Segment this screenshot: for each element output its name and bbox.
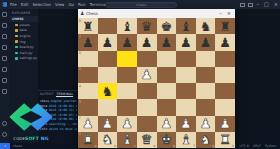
square-c5[interactable] xyxy=(117,67,137,83)
black-rook: ♜ xyxy=(219,19,231,32)
square-h6[interactable] xyxy=(215,51,235,67)
file-label: h xyxy=(232,144,234,148)
black-knight: ♞ xyxy=(200,19,212,32)
panel-tabs: OUTPUT TERMINAL xyxy=(38,91,78,98)
bottom-panel: OUTPUT TERMINAL chess engine started (de… xyxy=(38,90,78,143)
square-d2[interactable] xyxy=(137,116,157,132)
app-titlebar: FileEditSelectionViewGoRunTerminalHelp c… xyxy=(0,0,280,9)
docker-icon[interactable] xyxy=(2,89,7,94)
square-d6[interactable] xyxy=(137,51,157,67)
square-c4[interactable] xyxy=(117,83,137,99)
file-icon xyxy=(15,52,18,55)
status-item[interactable]: Python xyxy=(265,143,276,149)
folder-icon xyxy=(15,35,18,38)
layout-panel-icon[interactable] xyxy=(240,3,245,7)
square-f1[interactable]: f♝ xyxy=(176,132,196,148)
tree-item-label: assets xyxy=(20,23,30,27)
white-rook: ♜ xyxy=(82,133,94,146)
menu-view[interactable]: View xyxy=(55,0,65,9)
black-queen: ♛ xyxy=(141,19,153,32)
black-pawn: ♟ xyxy=(160,35,172,48)
square-g2[interactable]: ♟ xyxy=(196,116,216,132)
square-d8[interactable]: ♛ xyxy=(137,18,157,34)
black-pawn: ♟ xyxy=(180,35,192,48)
explorer-sidebar: EXPLORER CHESS assetsdataengineimgboard.… xyxy=(9,9,38,143)
black-pawn: ♟ xyxy=(102,35,114,48)
square-e7[interactable]: ♟ xyxy=(157,34,177,50)
file-label: d xyxy=(153,144,155,148)
status-left-text[interactable]: chess xyxy=(13,144,22,148)
white-pawn: ♟ xyxy=(121,117,133,130)
square-g8[interactable]: ♞ xyxy=(196,18,216,34)
black-pawn: ♟ xyxy=(200,35,212,48)
explorer-header: EXPLORER xyxy=(9,9,38,16)
remote-icon[interactable] xyxy=(2,78,7,83)
black-pawn: ♟ xyxy=(219,35,231,48)
square-f4[interactable] xyxy=(176,83,196,99)
square-f3[interactable] xyxy=(176,99,196,115)
white-pawn: ♟ xyxy=(141,68,153,81)
square-d4[interactable] xyxy=(137,83,157,99)
menu-edit[interactable]: Edit xyxy=(21,0,29,9)
terminal-line: info white to move (move 3) xyxy=(40,127,77,132)
menu-selection[interactable]: Selection xyxy=(32,0,50,9)
file-tree: assetsdataengineimgboard.pymain.pysettin… xyxy=(9,22,38,61)
square-b5[interactable] xyxy=(98,67,118,83)
account-icon[interactable] xyxy=(2,121,7,126)
folder-icon xyxy=(15,24,18,27)
file-icon xyxy=(15,46,18,49)
square-h3[interactable] xyxy=(215,99,235,115)
square-b4[interactable]: ♞ xyxy=(98,83,118,99)
chess-close-button[interactable]: × xyxy=(227,9,231,18)
square-e3[interactable] xyxy=(157,99,177,115)
black-knight: ♞ xyxy=(102,84,114,97)
white-pawn: ♟ xyxy=(160,117,172,130)
square-h4[interactable] xyxy=(215,83,235,99)
square-c2[interactable]: ♟ xyxy=(117,116,137,132)
status-item[interactable]: CRLF xyxy=(253,143,261,149)
rank-label: 7 xyxy=(79,35,81,39)
square-a3[interactable]: 3 xyxy=(78,99,98,115)
source-control-icon[interactable] xyxy=(2,34,7,39)
file-label: f xyxy=(194,144,195,148)
white-pawn: ♟ xyxy=(200,117,212,130)
titlebar-right: – □ × xyxy=(240,0,279,9)
file-label: a xyxy=(94,144,96,148)
square-f6[interactable] xyxy=(176,51,196,67)
activity-bar xyxy=(0,9,9,143)
extensions-icon[interactable] xyxy=(2,56,7,61)
square-d5[interactable]: ♟ xyxy=(137,67,157,83)
white-pawn: ♟ xyxy=(180,117,192,130)
menu-terminal[interactable]: Terminal xyxy=(90,0,107,9)
file-icon xyxy=(15,57,18,60)
square-e8[interactable]: ♚ xyxy=(157,18,177,34)
square-b6[interactable] xyxy=(98,51,118,67)
square-g4[interactable] xyxy=(196,83,216,99)
square-h7[interactable]: ♟ xyxy=(215,34,235,50)
menu-file[interactable]: File xyxy=(10,0,17,9)
square-b1[interactable]: b♞ xyxy=(98,132,118,148)
white-knight: ♞ xyxy=(102,133,114,146)
black-king: ♚ xyxy=(160,19,172,32)
square-a6[interactable]: 6 xyxy=(78,51,98,67)
chess-minimize-button[interactable]: – xyxy=(219,9,222,18)
chess-window-titlebar[interactable]: ♟ Chess – × xyxy=(78,9,235,18)
chess-board: 8♜♝♛♚♝♞♜7♟♟♟♟♟♟♟♟65♟4♞32♟♟♟♟♟♟♟1a♜b♞c♝d♛… xyxy=(78,18,235,148)
square-e4[interactable] xyxy=(157,83,177,99)
menu-run[interactable]: Run xyxy=(78,0,86,9)
square-d1[interactable]: d♛ xyxy=(137,132,157,148)
tab-output[interactable]: OUTPUT xyxy=(40,92,53,97)
square-e2[interactable]: ♟ xyxy=(157,116,177,132)
square-e1[interactable]: e♚ xyxy=(157,132,177,148)
black-bishop: ♝ xyxy=(121,19,133,32)
black-bishop: ♝ xyxy=(180,19,192,32)
layout-sidebar-icon[interactable] xyxy=(248,3,253,7)
square-c7[interactable]: ♟ xyxy=(117,34,137,50)
tab-terminal[interactable]: TERMINAL xyxy=(56,92,73,97)
black-pawn: ♟ xyxy=(82,35,94,48)
menu-go[interactable]: Go xyxy=(68,0,74,9)
folder-icon xyxy=(15,40,18,43)
rank-label: 3 xyxy=(79,100,81,104)
square-a1[interactable]: 1a♜ xyxy=(78,132,98,148)
square-h2[interactable]: ♟ xyxy=(215,116,235,132)
file-label: g xyxy=(212,144,214,148)
square-c6[interactable] xyxy=(117,51,137,67)
chess-window: ♟ Chess – × 8♜♝♛♚♝♞♜7♟♟♟♟♟♟♟♟65♟4♞32♟♟♟♟… xyxy=(78,9,235,148)
file-label: e xyxy=(173,144,175,148)
square-g3[interactable] xyxy=(196,99,216,115)
chess-window-title: Chess xyxy=(86,11,98,16)
rank-label: 2 xyxy=(79,116,81,120)
rank-label: 8 xyxy=(79,19,81,23)
square-e6[interactable] xyxy=(157,51,177,67)
square-f8[interactable]: ♝ xyxy=(176,18,196,34)
search-icon[interactable] xyxy=(2,23,7,28)
window-minimize-button[interactable]: – xyxy=(256,0,261,9)
square-a7[interactable]: 7♟ xyxy=(78,34,98,50)
rank-label: 5 xyxy=(79,67,81,71)
square-f2[interactable]: ♟ xyxy=(176,116,196,132)
menu-bar: FileEditSelectionViewGoRunTerminalHelp xyxy=(10,0,120,9)
folder-icon xyxy=(15,29,18,32)
white-pawn: ♟ xyxy=(82,117,94,130)
terminal-output[interactable]: chess engine started (depth 6)move d2d4 … xyxy=(38,98,78,131)
square-a4[interactable]: 4 xyxy=(78,83,98,99)
square-g6[interactable] xyxy=(196,51,216,67)
tree-item-label: engine xyxy=(20,34,31,38)
tree-item-label: main.py xyxy=(20,51,33,55)
white-bishop: ♝ xyxy=(180,133,192,146)
square-f5[interactable] xyxy=(176,67,196,83)
settings-gear-icon[interactable] xyxy=(2,132,7,137)
white-queen: ♛ xyxy=(141,133,153,146)
square-b3[interactable] xyxy=(98,99,118,115)
square-g5[interactable] xyxy=(196,67,216,83)
command-center-search[interactable]: chess xyxy=(105,2,177,8)
square-h8[interactable]: ♜ xyxy=(215,18,235,34)
explorer-icon[interactable] xyxy=(2,12,7,17)
square-a5[interactable]: 5 xyxy=(78,67,98,83)
remote-indicator-badge[interactable]: ⚡ xyxy=(0,143,10,149)
testing-icon[interactable] xyxy=(2,67,7,72)
black-rook: ♜ xyxy=(82,19,94,32)
black-pawn: ♟ xyxy=(141,35,153,48)
square-b7[interactable]: ♟ xyxy=(98,34,118,50)
black-pawn: ♟ xyxy=(121,35,133,48)
white-rook: ♜ xyxy=(219,133,231,146)
tree-item-label: data xyxy=(20,28,27,32)
rank-label: 1 xyxy=(79,132,81,136)
square-h1[interactable]: h♜ xyxy=(215,132,235,148)
white-pawn: ♟ xyxy=(219,117,231,130)
square-d3[interactable] xyxy=(137,99,157,115)
tree-item-label: board.py xyxy=(20,45,34,49)
square-f7[interactable]: ♟ xyxy=(176,34,196,50)
file-label: b xyxy=(114,144,116,148)
rank-label: 6 xyxy=(79,51,81,55)
status-item[interactable]: UTF-8 xyxy=(240,143,249,149)
app-logo-icon xyxy=(2,2,7,7)
square-g7[interactable]: ♟ xyxy=(196,34,216,50)
tree-item-label: img xyxy=(20,40,26,44)
chess-app-icon: ♟ xyxy=(80,9,84,18)
square-d7[interactable]: ♟ xyxy=(137,34,157,50)
square-a8[interactable]: 8♜ xyxy=(78,18,98,34)
square-b8[interactable] xyxy=(98,18,118,34)
rank-label: 4 xyxy=(79,84,81,88)
desktop: FileEditSelectionViewGoRunTerminalHelp c… xyxy=(0,0,280,149)
file-label: c xyxy=(134,144,136,148)
white-king: ♚ xyxy=(160,133,172,146)
tree-item-label: settings.py xyxy=(20,56,38,60)
window-close-button[interactable]: × xyxy=(273,0,279,9)
square-c3[interactable] xyxy=(117,99,137,115)
square-g1[interactable]: g♞ xyxy=(196,132,216,148)
square-e5[interactable] xyxy=(157,67,177,83)
square-c8[interactable]: ♝ xyxy=(117,18,137,34)
square-c1[interactable]: c♝ xyxy=(117,132,137,148)
window-maximize-button[interactable]: □ xyxy=(263,0,270,9)
square-b2[interactable]: ♟ xyxy=(98,116,118,132)
run-debug-icon[interactable] xyxy=(2,45,7,50)
tree-item-settings.py[interactable]: settings.py xyxy=(9,56,38,62)
white-knight: ♞ xyxy=(200,133,212,146)
white-pawn: ♟ xyxy=(102,117,114,130)
square-a2[interactable]: 2♟ xyxy=(78,116,98,132)
white-bishop: ♝ xyxy=(121,133,133,146)
square-h5[interactable] xyxy=(215,67,235,83)
